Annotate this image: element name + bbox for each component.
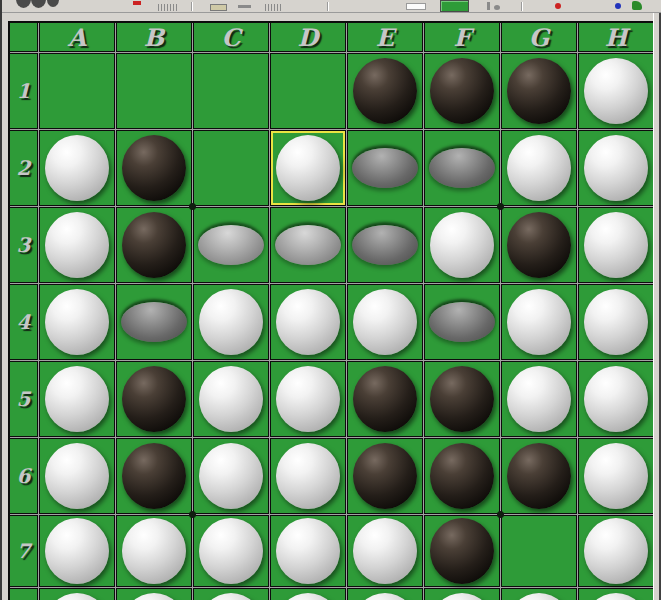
cell-b8[interactable] bbox=[117, 589, 191, 600]
disc-white bbox=[507, 593, 571, 600]
disc-white bbox=[430, 212, 494, 278]
disc-white bbox=[276, 593, 340, 600]
cell-a2[interactable] bbox=[40, 131, 114, 205]
disc-white bbox=[199, 593, 263, 600]
disc-white bbox=[276, 443, 340, 509]
board-guide-dot bbox=[189, 511, 196, 518]
disc-white bbox=[45, 443, 109, 509]
disc-white bbox=[199, 366, 263, 432]
toolbar-button-icon[interactable] bbox=[632, 1, 642, 10]
cell-c2[interactable] bbox=[194, 131, 268, 205]
cell-h3[interactable] bbox=[579, 208, 653, 282]
cell-f6[interactable] bbox=[425, 439, 499, 513]
cell-d6[interactable] bbox=[271, 439, 345, 513]
cell-c7[interactable] bbox=[194, 516, 268, 586]
cell-b6[interactable] bbox=[117, 439, 191, 513]
cell-g7[interactable] bbox=[502, 516, 576, 586]
cell-h7[interactable] bbox=[579, 516, 653, 586]
window-left-edge bbox=[0, 0, 2, 600]
disc-black bbox=[122, 443, 186, 509]
row-label-7: 7 bbox=[10, 516, 37, 586]
row-label-3: 3 bbox=[10, 208, 37, 282]
disc-white bbox=[122, 593, 186, 600]
cell-h5[interactable] bbox=[579, 362, 653, 436]
cell-a1[interactable] bbox=[40, 54, 114, 128]
cell-f2[interactable] bbox=[425, 131, 499, 205]
disc-white bbox=[45, 212, 109, 278]
cell-e3[interactable] bbox=[348, 208, 422, 282]
cell-g1[interactable] bbox=[502, 54, 576, 128]
cell-f3[interactable] bbox=[425, 208, 499, 282]
cell-d1[interactable] bbox=[271, 54, 345, 128]
disc-black bbox=[353, 58, 417, 124]
toolbar-button-icon[interactable] bbox=[133, 1, 141, 5]
cell-h6[interactable] bbox=[579, 439, 653, 513]
row-label-6: 6 bbox=[10, 439, 37, 513]
disc-white bbox=[507, 366, 571, 432]
disc-white bbox=[584, 366, 648, 432]
corner-cell bbox=[10, 23, 37, 51]
row-label-1: 1 bbox=[10, 54, 37, 128]
disc-white bbox=[276, 366, 340, 432]
cell-g4[interactable] bbox=[502, 285, 576, 359]
cell-e8[interactable] bbox=[348, 589, 422, 600]
disc-flipping bbox=[429, 302, 495, 342]
cell-c8[interactable] bbox=[194, 589, 268, 600]
disc-white bbox=[584, 58, 648, 124]
disc-white bbox=[584, 518, 648, 584]
disc-flipping bbox=[275, 225, 341, 265]
disc-black bbox=[122, 366, 186, 432]
col-label-a: A bbox=[40, 23, 114, 51]
cell-c4[interactable] bbox=[194, 285, 268, 359]
cell-d5[interactable] bbox=[271, 362, 345, 436]
cell-b1[interactable] bbox=[117, 54, 191, 128]
cell-f8[interactable] bbox=[425, 589, 499, 600]
disc-white bbox=[45, 289, 109, 355]
col-label-e: E bbox=[348, 23, 422, 51]
disc-white bbox=[353, 593, 417, 600]
disc-white bbox=[122, 518, 186, 584]
toolbar-button-icon[interactable] bbox=[406, 3, 426, 10]
cell-e2[interactable] bbox=[348, 131, 422, 205]
toolbar-separator bbox=[191, 2, 193, 11]
col-label-c: C bbox=[194, 23, 268, 51]
toolbar-button-icon[interactable] bbox=[31, 0, 46, 8]
disc-white bbox=[276, 289, 340, 355]
cell-g8[interactable] bbox=[502, 589, 576, 600]
disc-black bbox=[122, 212, 186, 278]
disc-white bbox=[45, 366, 109, 432]
disc-black bbox=[430, 443, 494, 509]
disc-flipping bbox=[198, 225, 264, 265]
cell-a7[interactable] bbox=[40, 516, 114, 586]
cell-g2[interactable] bbox=[502, 131, 576, 205]
board-guide-dot bbox=[497, 203, 504, 210]
disc-white bbox=[584, 593, 648, 600]
cell-e7[interactable] bbox=[348, 516, 422, 586]
toolbar-button-icon[interactable] bbox=[158, 4, 177, 11]
cell-f1[interactable] bbox=[425, 54, 499, 128]
board-guide-dot bbox=[189, 203, 196, 210]
col-label-d: D bbox=[271, 23, 345, 51]
disc-white bbox=[507, 289, 571, 355]
disc-white bbox=[276, 518, 340, 584]
toolbar bbox=[0, 0, 661, 13]
toolbar-button-green[interactable] bbox=[440, 0, 469, 12]
col-label-f: F bbox=[425, 23, 499, 51]
disc-white bbox=[45, 135, 109, 201]
cell-e5[interactable] bbox=[348, 362, 422, 436]
toolbar-button-icon[interactable] bbox=[47, 0, 59, 7]
toolbar-button-icon[interactable] bbox=[210, 4, 227, 11]
cell-d7[interactable] bbox=[271, 516, 345, 586]
disc-black bbox=[507, 58, 571, 124]
cell-b3[interactable] bbox=[117, 208, 191, 282]
cell-f4[interactable] bbox=[425, 285, 499, 359]
toolbar-separator bbox=[327, 2, 329, 11]
disc-white bbox=[276, 135, 340, 201]
cell-d2[interactable] bbox=[271, 131, 345, 205]
row-label-5: 5 bbox=[10, 362, 37, 436]
cell-b5[interactable] bbox=[117, 362, 191, 436]
cell-h4[interactable] bbox=[579, 285, 653, 359]
toolbar-button-icon[interactable] bbox=[238, 5, 251, 8]
cell-c6[interactable] bbox=[194, 439, 268, 513]
disc-flipping bbox=[352, 148, 418, 188]
disc-white bbox=[353, 518, 417, 584]
disc-black bbox=[430, 518, 494, 584]
cell-a5[interactable] bbox=[40, 362, 114, 436]
disc-black bbox=[122, 135, 186, 201]
row-label-4: 4 bbox=[10, 285, 37, 359]
toolbar-button-icon[interactable] bbox=[16, 0, 31, 8]
cell-c1[interactable] bbox=[194, 54, 268, 128]
cell-g6[interactable] bbox=[502, 439, 576, 513]
row-label-2: 2 bbox=[10, 131, 37, 205]
toolbar-button-icon[interactable] bbox=[265, 4, 281, 11]
cell-e4[interactable] bbox=[348, 285, 422, 359]
disc-black bbox=[507, 212, 571, 278]
cell-h2[interactable] bbox=[579, 131, 653, 205]
col-label-g: G bbox=[502, 23, 576, 51]
cell-f7[interactable] bbox=[425, 516, 499, 586]
disc-black bbox=[353, 443, 417, 509]
board-guide-dot bbox=[497, 511, 504, 518]
cell-b4[interactable] bbox=[117, 285, 191, 359]
cell-a8[interactable] bbox=[40, 589, 114, 600]
cell-g3[interactable] bbox=[502, 208, 576, 282]
cell-a3[interactable] bbox=[40, 208, 114, 282]
disc-white bbox=[45, 593, 109, 600]
cell-a4[interactable] bbox=[40, 285, 114, 359]
disc-flipping bbox=[121, 302, 187, 342]
disc-white bbox=[353, 289, 417, 355]
cell-d3[interactable] bbox=[271, 208, 345, 282]
toolbar-button-icon[interactable] bbox=[487, 2, 490, 10]
toolbar-button-icon[interactable] bbox=[494, 5, 500, 10]
disc-white bbox=[45, 518, 109, 584]
board: ABCDEFGH12345678 bbox=[8, 21, 655, 600]
disc-white bbox=[199, 443, 263, 509]
cell-d4[interactable] bbox=[271, 285, 345, 359]
cell-b7[interactable] bbox=[117, 516, 191, 586]
disc-black bbox=[430, 58, 494, 124]
toolbar-button-icon[interactable] bbox=[555, 3, 561, 9]
board-area: ABCDEFGH12345678 bbox=[8, 21, 655, 600]
col-label-h: H bbox=[579, 23, 653, 51]
row-label-8: 8 bbox=[10, 589, 37, 600]
cell-h8[interactable] bbox=[579, 589, 653, 600]
cell-e1[interactable] bbox=[348, 54, 422, 128]
disc-flipping bbox=[429, 148, 495, 188]
disc-white bbox=[199, 518, 263, 584]
cell-d8[interactable] bbox=[271, 589, 345, 600]
window-right-border bbox=[653, 13, 661, 600]
disc-black bbox=[507, 443, 571, 509]
disc-white bbox=[507, 135, 571, 201]
cell-a6[interactable] bbox=[40, 439, 114, 513]
cell-f5[interactable] bbox=[425, 362, 499, 436]
cell-g5[interactable] bbox=[502, 362, 576, 436]
disc-white bbox=[584, 443, 648, 509]
disc-white bbox=[199, 289, 263, 355]
disc-black bbox=[353, 366, 417, 432]
cell-c5[interactable] bbox=[194, 362, 268, 436]
cell-c3[interactable] bbox=[194, 208, 268, 282]
disc-white bbox=[584, 289, 648, 355]
toolbar-button-icon[interactable] bbox=[615, 3, 621, 9]
cell-b2[interactable] bbox=[117, 131, 191, 205]
toolbar-separator bbox=[521, 2, 523, 11]
disc-white bbox=[584, 135, 648, 201]
disc-black bbox=[430, 366, 494, 432]
disc-white bbox=[430, 593, 494, 600]
disc-flipping bbox=[352, 225, 418, 265]
disc-white bbox=[584, 212, 648, 278]
cell-h1[interactable] bbox=[579, 54, 653, 128]
cell-e6[interactable] bbox=[348, 439, 422, 513]
col-label-b: B bbox=[117, 23, 191, 51]
